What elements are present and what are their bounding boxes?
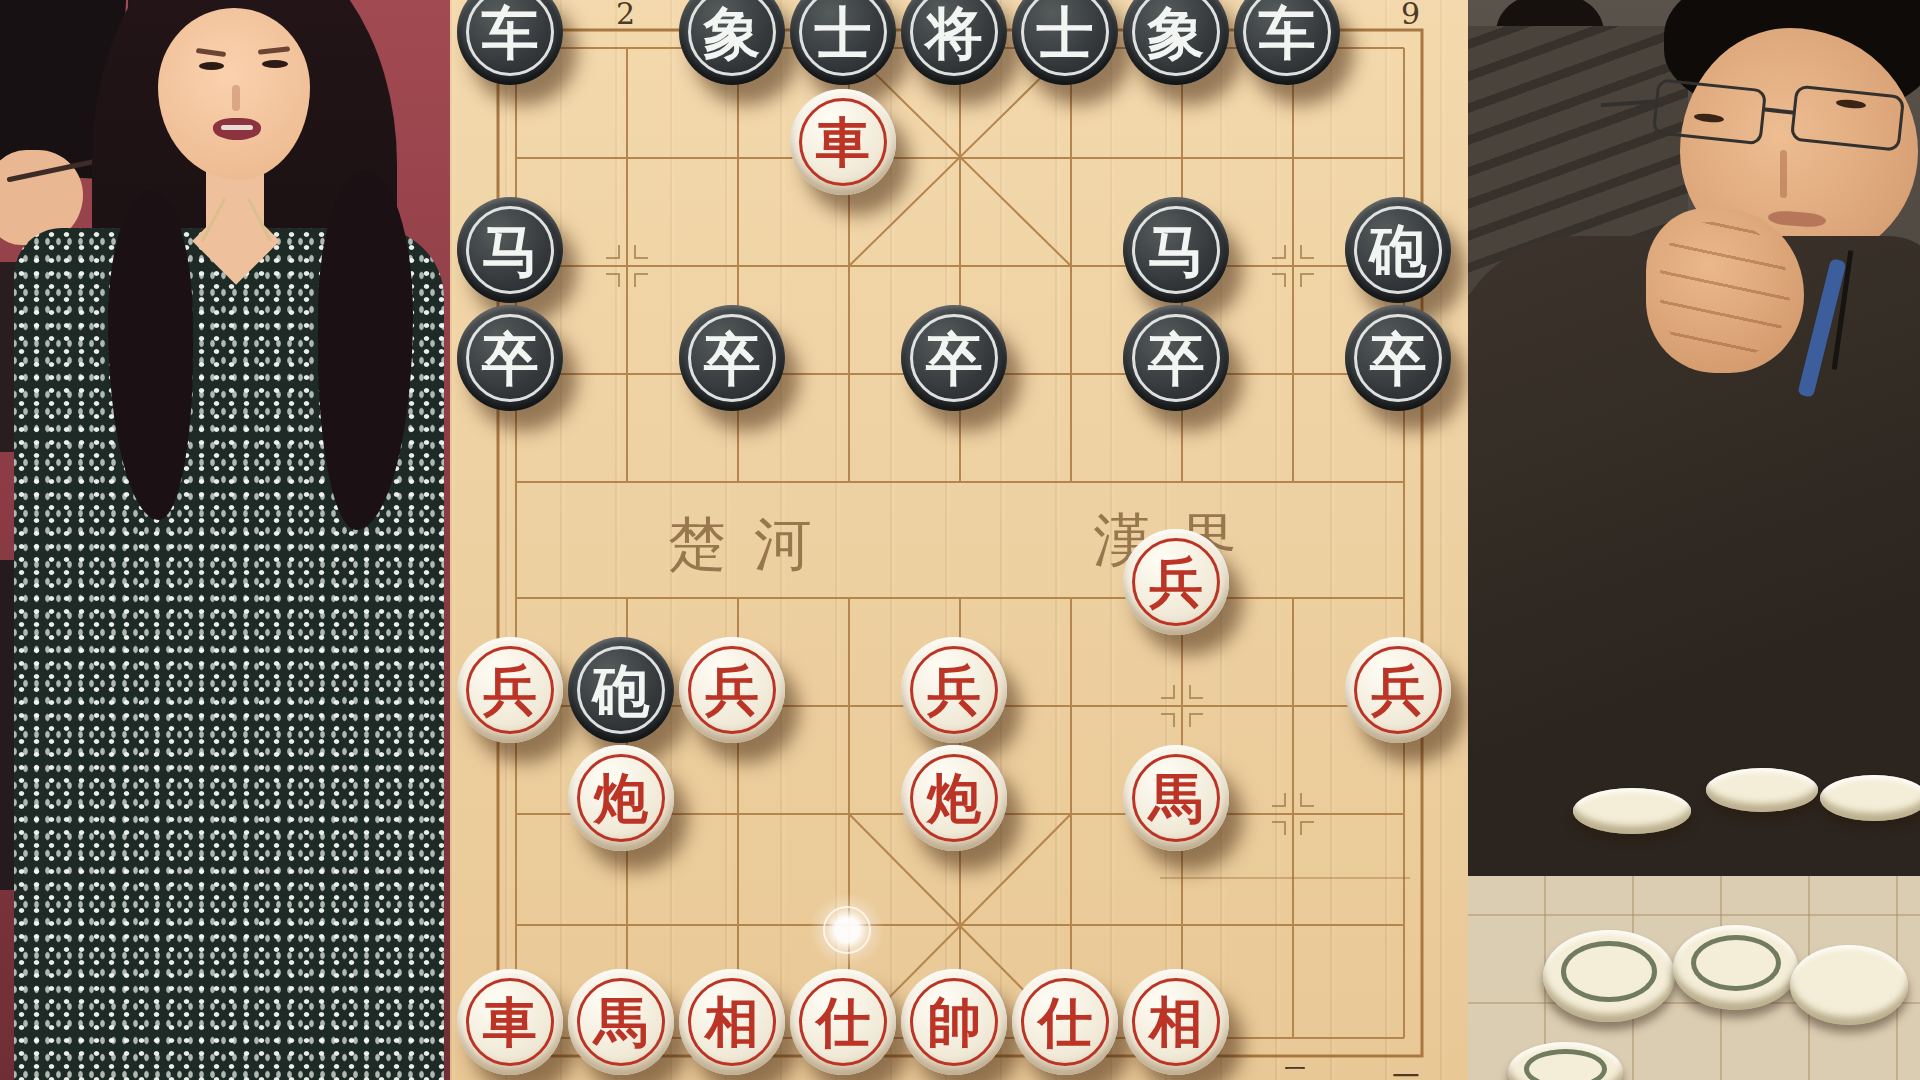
piece-black-soldier[interactable]: 卒 bbox=[1123, 305, 1229, 411]
piece-glyph: 卒 bbox=[926, 330, 983, 387]
move-indicator-glow[interactable] bbox=[809, 892, 885, 968]
piece-glyph: 卒 bbox=[482, 330, 539, 387]
physical-xiangqi-piece bbox=[1706, 768, 1818, 812]
physical-xiangqi-piece bbox=[1673, 925, 1798, 1010]
piece-glyph: 炮 bbox=[594, 771, 648, 825]
piece-black-chariot[interactable]: 车 bbox=[1234, 0, 1340, 85]
piece-glyph: 车 bbox=[1259, 4, 1316, 61]
piece-black-horse[interactable]: 马 bbox=[1123, 197, 1229, 303]
piece-glyph: 士 bbox=[1037, 4, 1094, 61]
pieces-layer: 车象士将士象车車马马砲卒卒卒卒卒兵兵砲兵兵兵炮炮馬車馬相仕帥仕相 bbox=[450, 0, 1468, 1080]
piece-glyph: 車 bbox=[816, 115, 870, 169]
piece-red-general[interactable]: 帥 bbox=[901, 969, 1007, 1075]
piece-glyph: 车 bbox=[482, 4, 539, 61]
piece-red-chariot[interactable]: 車 bbox=[790, 89, 896, 195]
piece-red-soldier[interactable]: 兵 bbox=[1345, 637, 1451, 743]
piece-black-horse[interactable]: 马 bbox=[457, 197, 563, 303]
piece-red-soldier[interactable]: 兵 bbox=[1123, 529, 1229, 635]
video-frame: 楚河 漢界 2 9 二 一 车象士将士象车車马马砲卒卒卒卒卒兵兵砲兵兵兵炮炮馬車… bbox=[0, 0, 1920, 1080]
piece-red-elephant[interactable]: 相 bbox=[1123, 969, 1229, 1075]
piece-black-soldier[interactable]: 卒 bbox=[457, 305, 563, 411]
piece-glyph: 兵 bbox=[1149, 555, 1203, 609]
piece-red-soldier[interactable]: 兵 bbox=[901, 637, 1007, 743]
piece-glyph: 相 bbox=[705, 995, 759, 1049]
piece-black-advisor[interactable]: 士 bbox=[790, 0, 896, 85]
piece-black-cannon[interactable]: 砲 bbox=[1345, 197, 1451, 303]
eye bbox=[199, 62, 224, 70]
piece-black-soldier[interactable]: 卒 bbox=[1345, 305, 1451, 411]
piece-glyph: 帥 bbox=[927, 995, 981, 1049]
piece-marking bbox=[1524, 1049, 1607, 1080]
piece-glyph: 仕 bbox=[816, 995, 870, 1049]
piece-glyph: 卒 bbox=[1370, 330, 1427, 387]
piece-glyph: 砲 bbox=[593, 662, 650, 719]
piece-black-general[interactable]: 将 bbox=[901, 0, 1007, 85]
piece-red-advisor[interactable]: 仕 bbox=[1012, 969, 1118, 1075]
piece-glyph: 砲 bbox=[1370, 222, 1427, 279]
lips bbox=[213, 118, 261, 140]
physical-xiangqi-piece bbox=[1573, 788, 1691, 834]
piece-glyph: 将 bbox=[926, 4, 983, 61]
piece-glyph: 士 bbox=[815, 4, 872, 61]
piece-red-advisor[interactable]: 仕 bbox=[790, 969, 896, 1075]
piece-glyph: 仕 bbox=[1038, 995, 1092, 1049]
teeth bbox=[221, 125, 253, 130]
piece-glyph: 马 bbox=[1148, 222, 1205, 279]
piece-red-soldier[interactable]: 兵 bbox=[679, 637, 785, 743]
piece-black-soldier[interactable]: 卒 bbox=[901, 305, 1007, 411]
piece-red-horse[interactable]: 馬 bbox=[1123, 745, 1229, 851]
piece-marking bbox=[1561, 941, 1656, 1002]
piece-red-chariot[interactable]: 車 bbox=[457, 969, 563, 1075]
physical-xiangqi-piece bbox=[1790, 945, 1908, 1025]
piece-red-elephant[interactable]: 相 bbox=[679, 969, 785, 1075]
piece-black-cannon[interactable]: 砲 bbox=[568, 637, 674, 743]
nose bbox=[232, 85, 240, 111]
piece-black-chariot[interactable]: 车 bbox=[457, 0, 563, 85]
piece-glyph: 卒 bbox=[1148, 330, 1205, 387]
piece-red-cannon[interactable]: 炮 bbox=[568, 745, 674, 851]
piece-glyph: 马 bbox=[482, 222, 539, 279]
piece-glyph: 兵 bbox=[705, 663, 759, 717]
right-player-video bbox=[1468, 0, 1920, 1080]
piece-marking bbox=[1691, 935, 1781, 991]
piece-black-elephant[interactable]: 象 bbox=[679, 0, 785, 85]
piece-glyph: 兵 bbox=[483, 663, 537, 717]
piece-glyph: 卒 bbox=[704, 330, 761, 387]
piece-glyph: 相 bbox=[1149, 995, 1203, 1049]
physical-xiangqi-piece bbox=[1543, 930, 1675, 1022]
piece-glyph: 馬 bbox=[1149, 771, 1203, 825]
physical-pieces bbox=[1468, 0, 1920, 1080]
piece-glyph: 象 bbox=[704, 4, 761, 61]
piece-black-soldier[interactable]: 卒 bbox=[679, 305, 785, 411]
piece-glyph: 象 bbox=[1148, 4, 1205, 61]
piece-glyph: 兵 bbox=[927, 663, 981, 717]
piece-glyph: 車 bbox=[483, 995, 537, 1049]
piece-red-soldier[interactable]: 兵 bbox=[457, 637, 563, 743]
piece-red-cannon[interactable]: 炮 bbox=[901, 745, 1007, 851]
piece-red-horse[interactable]: 馬 bbox=[568, 969, 674, 1075]
piece-glyph: 炮 bbox=[927, 771, 981, 825]
piece-glyph: 兵 bbox=[1371, 663, 1425, 717]
piece-glyph: 馬 bbox=[594, 995, 648, 1049]
xiangqi-board[interactable]: 楚河 漢界 2 9 二 一 车象士将士象车車马马砲卒卒卒卒卒兵兵砲兵兵兵炮炮馬車… bbox=[450, 0, 1468, 1080]
piece-black-elephant[interactable]: 象 bbox=[1123, 0, 1229, 85]
left-player-video bbox=[0, 0, 450, 1080]
physical-xiangqi-piece bbox=[1820, 775, 1920, 821]
piece-black-advisor[interactable]: 士 bbox=[1012, 0, 1118, 85]
eye bbox=[262, 60, 288, 68]
physical-xiangqi-piece bbox=[1508, 1042, 1623, 1080]
